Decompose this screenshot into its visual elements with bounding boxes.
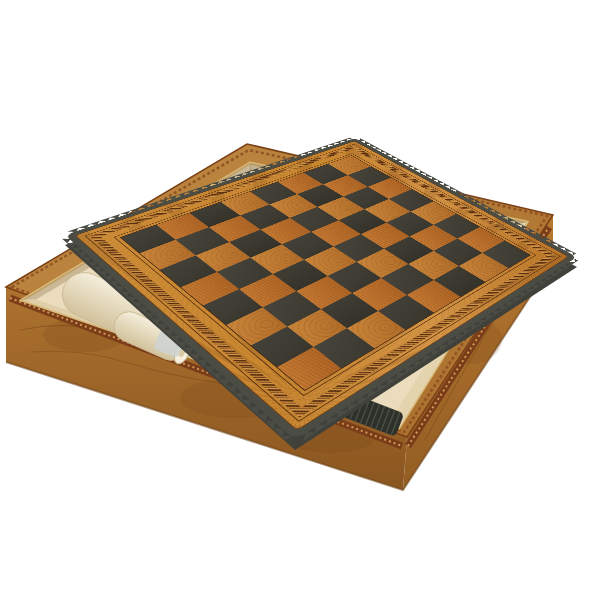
product-photo-stage [0, 0, 600, 600]
